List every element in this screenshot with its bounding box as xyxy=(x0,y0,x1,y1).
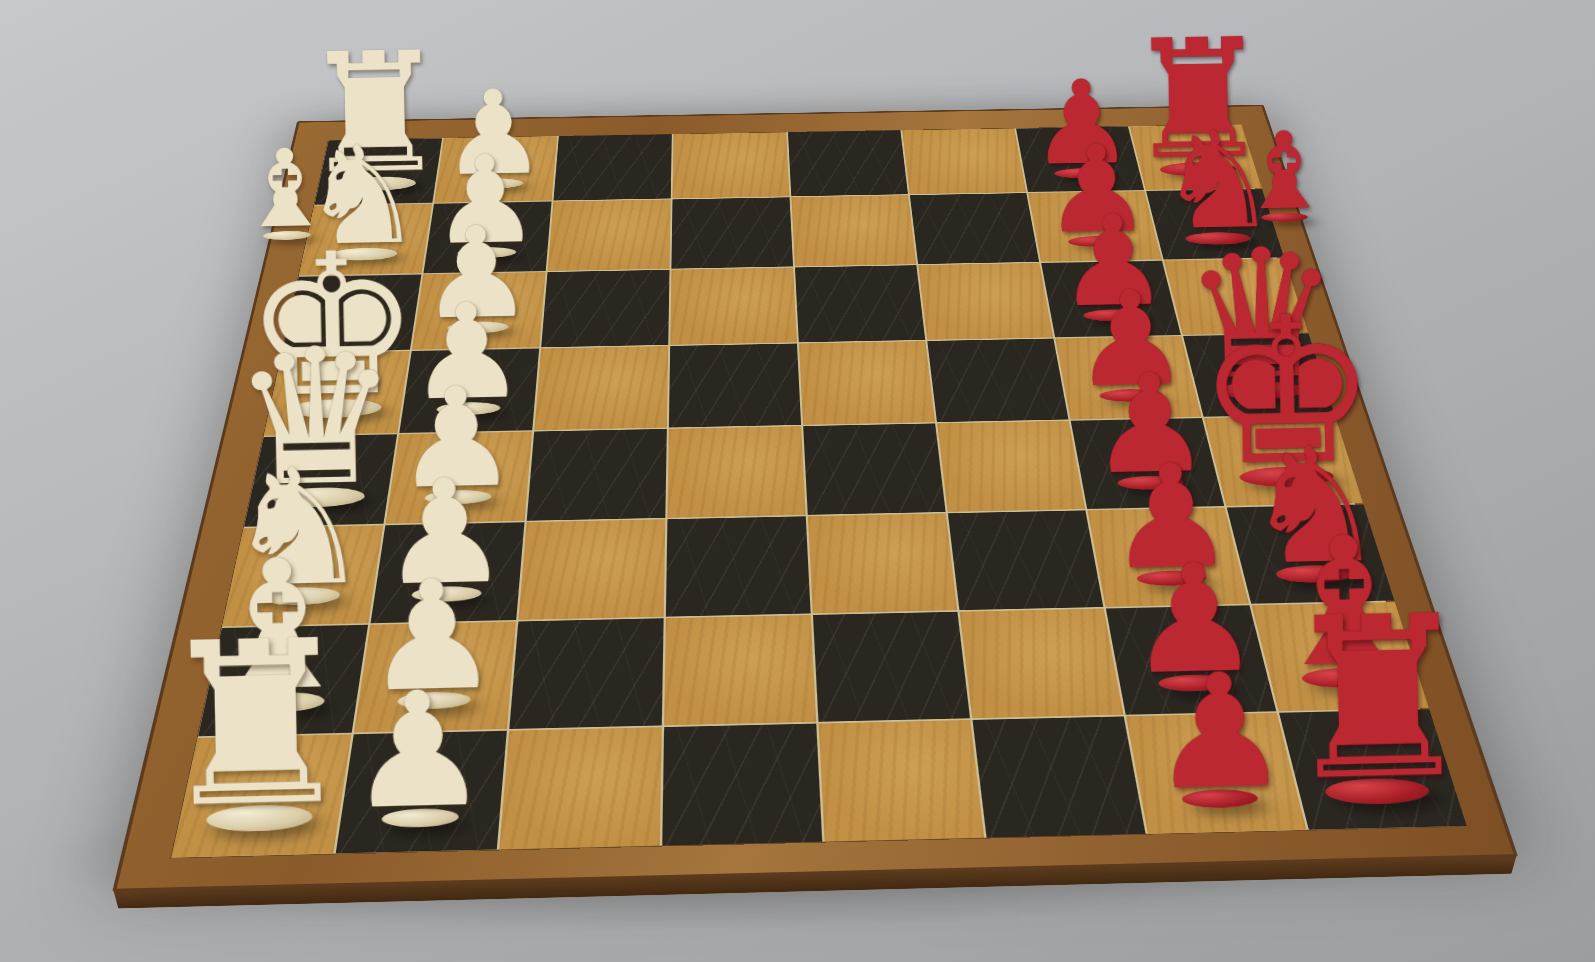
board-front-edge xyxy=(112,854,1516,908)
square-f3[interactable] xyxy=(518,519,665,620)
white-rook-h1[interactable]: ♜ xyxy=(152,619,358,830)
square-a4[interactable] xyxy=(672,132,789,198)
square-h5[interactable] xyxy=(818,720,984,842)
white-pawn-h2[interactable]: ♟ xyxy=(345,676,491,825)
square-h7[interactable]: ♟ xyxy=(1125,713,1305,834)
square-e5[interactable] xyxy=(803,423,945,514)
red-pawn-glyph: ♟ xyxy=(1147,658,1290,806)
square-f4[interactable] xyxy=(665,516,810,616)
square-a3[interactable] xyxy=(553,134,671,200)
square-e3[interactable] xyxy=(526,429,666,521)
square-b3[interactable] xyxy=(547,199,670,271)
square-a6[interactable] xyxy=(902,128,1026,194)
square-e6[interactable] xyxy=(937,421,1085,512)
square-c6[interactable] xyxy=(918,263,1053,340)
chess-board: ♜♟♟♜♞♟♟♞♟♟♚♟♟♛♛♟♟♚♞♟♟♞♝♟♟♝♜♟♟♜ xyxy=(170,124,1458,858)
red-rook-h8[interactable]: ♜ xyxy=(1277,594,1478,802)
square-h3[interactable] xyxy=(499,727,662,849)
red-rook-glyph: ♜ xyxy=(1277,594,1478,802)
photo-background: ♜♟♟♜♞♟♟♞♟♟♚♟♟♛♛♟♟♚♞♟♟♞♝♟♟♝♜♟♟♜ ♝♝ xyxy=(0,0,1595,962)
white-pawn-glyph: ♟ xyxy=(345,676,491,825)
square-f5[interactable] xyxy=(807,513,956,613)
square-g6[interactable] xyxy=(959,609,1123,719)
square-h6[interactable] xyxy=(972,716,1145,837)
square-c4[interactable] xyxy=(670,267,797,344)
perspective-wrapper: ♜♟♟♜♞♟♟♞♟♟♚♟♟♛♛♟♟♚♞♟♟♞♝♟♟♝♜♟♟♜ ♝♝ xyxy=(0,0,1595,962)
square-h2[interactable]: ♟ xyxy=(335,731,506,854)
square-f6[interactable] xyxy=(947,510,1102,610)
square-g5[interactable] xyxy=(812,612,969,722)
square-d6[interactable] xyxy=(927,339,1068,423)
square-g3[interactable] xyxy=(509,618,663,729)
red-pawn-h7[interactable]: ♟ xyxy=(1147,658,1290,806)
square-h4[interactable] xyxy=(662,724,822,846)
square-e4[interactable] xyxy=(667,426,805,518)
square-h8[interactable]: ♜ xyxy=(1278,709,1466,829)
white-rook-glyph: ♜ xyxy=(152,619,358,830)
square-d4[interactable] xyxy=(668,344,800,428)
square-h1[interactable]: ♜ xyxy=(171,734,351,857)
square-b4[interactable] xyxy=(671,197,793,268)
square-c3[interactable] xyxy=(541,270,669,347)
board-frame: ♜♟♟♜♞♟♟♞♟♟♚♟♟♛♛♟♟♚♞♟♟♞♝♟♟♝♜♟♟♜ ♝♝ xyxy=(112,105,1518,892)
square-d5[interactable] xyxy=(798,341,934,425)
square-b5[interactable] xyxy=(791,195,916,266)
square-a5[interactable] xyxy=(788,130,908,196)
square-g4[interactable] xyxy=(664,615,816,725)
wooden-chessboard: ♜♟♟♜♞♟♟♞♟♟♚♟♟♛♛♟♟♚♞♟♟♞♝♟♟♝♜♟♟♜ ♝♝ xyxy=(112,105,1518,892)
square-b6[interactable] xyxy=(909,193,1038,264)
square-c5[interactable] xyxy=(794,265,924,342)
square-d3[interactable] xyxy=(534,346,668,430)
